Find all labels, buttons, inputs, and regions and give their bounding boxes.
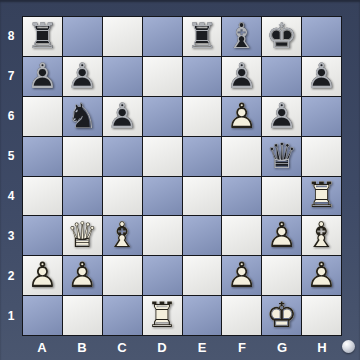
square-c5[interactable] bbox=[103, 137, 142, 176]
rank-label-7: 7 bbox=[0, 56, 22, 96]
piece-fill-glyph: ♝ bbox=[302, 216, 341, 255]
piece-outline-glyph: ♔ bbox=[262, 296, 301, 335]
chess-board-frame: ♜♖♜♖♝♗♚♔♟♙♟♙♟♙♟♙♞♘♟♙♟♙♟♙♛♕♜♖♛♕♝♗♟♙♝♗♟♙♟♙… bbox=[0, 0, 360, 360]
white-pawn-piece[interactable]: ♟♙ bbox=[63, 256, 102, 295]
rank-label-1: 1 bbox=[0, 296, 22, 336]
square-g5[interactable]: ♛♕ bbox=[262, 137, 301, 176]
piece-outline-glyph: ♕ bbox=[262, 137, 301, 176]
rank-label-6: 6 bbox=[0, 96, 22, 136]
file-label-g: G bbox=[262, 337, 302, 358]
square-f5[interactable] bbox=[222, 137, 261, 176]
piece-fill-glyph: ♜ bbox=[183, 17, 222, 56]
square-b7[interactable]: ♟♙ bbox=[63, 57, 102, 96]
square-a4[interactable] bbox=[23, 177, 62, 216]
square-g7[interactable] bbox=[262, 57, 301, 96]
square-a8[interactable]: ♜♖ bbox=[23, 17, 62, 56]
piece-fill-glyph: ♟ bbox=[222, 97, 261, 136]
square-f3[interactable] bbox=[222, 216, 261, 255]
black-pawn-piece[interactable]: ♟♙ bbox=[222, 57, 261, 96]
black-pawn-piece[interactable]: ♟♙ bbox=[302, 57, 341, 96]
piece-outline-glyph: ♗ bbox=[222, 17, 261, 56]
square-h5[interactable] bbox=[302, 137, 341, 176]
square-a3[interactable] bbox=[23, 216, 62, 255]
white-queen-piece[interactable]: ♛♕ bbox=[63, 216, 102, 255]
square-g3[interactable]: ♟♙ bbox=[262, 216, 301, 255]
square-e6[interactable] bbox=[183, 97, 222, 136]
piece-fill-glyph: ♜ bbox=[302, 177, 341, 216]
file-label-d: D bbox=[142, 337, 182, 358]
square-c6[interactable]: ♟♙ bbox=[103, 97, 142, 136]
piece-outline-glyph: ♙ bbox=[23, 57, 62, 96]
piece-outline-glyph: ♖ bbox=[183, 17, 222, 56]
white-pawn-piece[interactable]: ♟♙ bbox=[262, 216, 301, 255]
piece-fill-glyph: ♟ bbox=[302, 256, 341, 295]
square-h6[interactable] bbox=[302, 97, 341, 136]
square-d4[interactable] bbox=[143, 177, 182, 216]
file-label-h: H bbox=[302, 337, 342, 358]
white-rook-piece[interactable]: ♜♖ bbox=[143, 296, 182, 335]
square-b5[interactable] bbox=[63, 137, 102, 176]
piece-outline-glyph: ♗ bbox=[103, 216, 142, 255]
square-e3[interactable] bbox=[183, 216, 222, 255]
piece-fill-glyph: ♟ bbox=[222, 57, 261, 96]
black-rook-piece[interactable]: ♜♖ bbox=[183, 17, 222, 56]
piece-outline-glyph: ♙ bbox=[302, 57, 341, 96]
piece-fill-glyph: ♟ bbox=[63, 57, 102, 96]
chess-board: ♜♖♜♖♝♗♚♔♟♙♟♙♟♙♟♙♞♘♟♙♟♙♟♙♛♕♜♖♛♕♝♗♟♙♝♗♟♙♟♙… bbox=[22, 16, 342, 336]
piece-outline-glyph: ♙ bbox=[222, 97, 261, 136]
square-f7[interactable]: ♟♙ bbox=[222, 57, 261, 96]
piece-fill-glyph: ♚ bbox=[262, 17, 301, 56]
file-label-c: C bbox=[102, 337, 142, 358]
rank-label-8: 8 bbox=[0, 16, 22, 56]
white-rook-piece[interactable]: ♜♖ bbox=[302, 177, 341, 216]
piece-outline-glyph: ♕ bbox=[63, 216, 102, 255]
piece-outline-glyph: ♙ bbox=[222, 256, 261, 295]
rank-label-5: 5 bbox=[0, 136, 22, 176]
square-f2[interactable]: ♟♙ bbox=[222, 256, 261, 295]
piece-fill-glyph: ♟ bbox=[23, 256, 62, 295]
square-c3[interactable]: ♝♗ bbox=[103, 216, 142, 255]
square-f6[interactable]: ♟♙ bbox=[222, 97, 261, 136]
white-bishop-piece[interactable]: ♝♗ bbox=[103, 216, 142, 255]
square-e5[interactable] bbox=[183, 137, 222, 176]
black-pawn-piece[interactable]: ♟♙ bbox=[63, 57, 102, 96]
piece-fill-glyph: ♝ bbox=[103, 216, 142, 255]
piece-outline-glyph: ♖ bbox=[302, 177, 341, 216]
square-b1[interactable] bbox=[63, 296, 102, 335]
square-g2[interactable] bbox=[262, 256, 301, 295]
square-f1[interactable] bbox=[222, 296, 261, 335]
white-bishop-piece[interactable]: ♝♗ bbox=[302, 216, 341, 255]
square-b4[interactable] bbox=[63, 177, 102, 216]
rank-labels: 87654321 bbox=[0, 16, 22, 336]
piece-fill-glyph: ♟ bbox=[262, 97, 301, 136]
white-pawn-piece[interactable]: ♟♙ bbox=[222, 256, 261, 295]
square-b2[interactable]: ♟♙ bbox=[63, 256, 102, 295]
square-f8[interactable]: ♝♗ bbox=[222, 17, 261, 56]
square-a6[interactable] bbox=[23, 97, 62, 136]
square-c7[interactable] bbox=[103, 57, 142, 96]
square-h4[interactable]: ♜♖ bbox=[302, 177, 341, 216]
white-king-piece[interactable]: ♚♔ bbox=[262, 296, 301, 335]
piece-fill-glyph: ♛ bbox=[63, 216, 102, 255]
piece-outline-glyph: ♖ bbox=[23, 17, 62, 56]
square-b6[interactable]: ♞♘ bbox=[63, 97, 102, 136]
piece-outline-glyph: ♙ bbox=[23, 256, 62, 295]
square-e1[interactable] bbox=[183, 296, 222, 335]
rank-label-4: 4 bbox=[0, 176, 22, 216]
rank-label-3: 3 bbox=[0, 216, 22, 256]
white-pawn-piece[interactable]: ♟♙ bbox=[302, 256, 341, 295]
piece-fill-glyph: ♝ bbox=[222, 17, 261, 56]
piece-outline-glyph: ♗ bbox=[302, 216, 341, 255]
piece-outline-glyph: ♔ bbox=[262, 17, 301, 56]
square-c2[interactable] bbox=[103, 256, 142, 295]
square-g4[interactable] bbox=[262, 177, 301, 216]
square-h2[interactable]: ♟♙ bbox=[302, 256, 341, 295]
piece-fill-glyph: ♟ bbox=[103, 97, 142, 136]
piece-outline-glyph: ♙ bbox=[302, 256, 341, 295]
black-pawn-piece[interactable]: ♟♙ bbox=[23, 57, 62, 96]
piece-fill-glyph: ♟ bbox=[23, 57, 62, 96]
square-h7[interactable]: ♟♙ bbox=[302, 57, 341, 96]
file-label-a: A bbox=[22, 337, 62, 358]
square-g6[interactable]: ♟♙ bbox=[262, 97, 301, 136]
white-pawn-piece[interactable]: ♟♙ bbox=[23, 256, 62, 295]
square-d1[interactable]: ♜♖ bbox=[143, 296, 182, 335]
piece-fill-glyph: ♜ bbox=[23, 17, 62, 56]
square-a5[interactable] bbox=[23, 137, 62, 176]
file-labels: ABCDEFGH bbox=[22, 337, 342, 358]
piece-outline-glyph: ♙ bbox=[222, 57, 261, 96]
square-c8[interactable] bbox=[103, 17, 142, 56]
square-e8[interactable]: ♜♖ bbox=[183, 17, 222, 56]
square-d8[interactable] bbox=[143, 17, 182, 56]
black-bishop-piece[interactable]: ♝♗ bbox=[222, 17, 261, 56]
square-g8[interactable]: ♚♔ bbox=[262, 17, 301, 56]
square-d2[interactable] bbox=[143, 256, 182, 295]
square-d7[interactable] bbox=[143, 57, 182, 96]
piece-fill-glyph: ♟ bbox=[63, 256, 102, 295]
square-h3[interactable]: ♝♗ bbox=[302, 216, 341, 255]
square-c4[interactable] bbox=[103, 177, 142, 216]
file-label-b: B bbox=[62, 337, 102, 358]
square-e2[interactable] bbox=[183, 256, 222, 295]
square-b3[interactable]: ♛♕ bbox=[63, 216, 102, 255]
square-h1[interactable] bbox=[302, 296, 341, 335]
square-d6[interactable] bbox=[143, 97, 182, 136]
piece-outline-glyph: ♘ bbox=[63, 97, 102, 136]
black-rook-piece[interactable]: ♜♖ bbox=[23, 17, 62, 56]
piece-fill-glyph: ♟ bbox=[262, 216, 301, 255]
piece-fill-glyph: ♛ bbox=[262, 137, 301, 176]
black-pawn-piece[interactable]: ♟♙ bbox=[103, 97, 142, 136]
rank-label-2: 2 bbox=[0, 256, 22, 296]
square-d5[interactable] bbox=[143, 137, 182, 176]
square-g1[interactable]: ♚♔ bbox=[262, 296, 301, 335]
piece-fill-glyph: ♜ bbox=[143, 296, 182, 335]
file-label-f: F bbox=[222, 337, 262, 358]
piece-fill-glyph: ♞ bbox=[63, 97, 102, 136]
black-king-piece[interactable]: ♚♔ bbox=[262, 17, 301, 56]
piece-fill-glyph: ♚ bbox=[262, 296, 301, 335]
piece-outline-glyph: ♙ bbox=[63, 256, 102, 295]
white-pawn-piece[interactable]: ♟♙ bbox=[222, 97, 261, 136]
square-f4[interactable] bbox=[222, 177, 261, 216]
square-h8[interactable] bbox=[302, 17, 341, 56]
square-a7[interactable]: ♟♙ bbox=[23, 57, 62, 96]
black-pawn-piece[interactable]: ♟♙ bbox=[262, 97, 301, 136]
square-a1[interactable] bbox=[23, 296, 62, 335]
piece-outline-glyph: ♙ bbox=[103, 97, 142, 136]
square-e7[interactable] bbox=[183, 57, 222, 96]
piece-outline-glyph: ♙ bbox=[262, 97, 301, 136]
black-knight-piece[interactable]: ♞♘ bbox=[63, 97, 102, 136]
square-d3[interactable] bbox=[143, 216, 182, 255]
piece-fill-glyph: ♟ bbox=[222, 256, 261, 295]
file-label-e: E bbox=[182, 337, 222, 358]
white-to-move-indicator bbox=[342, 340, 355, 353]
piece-fill-glyph: ♟ bbox=[302, 57, 341, 96]
piece-outline-glyph: ♖ bbox=[143, 296, 182, 335]
black-queen-piece[interactable]: ♛♕ bbox=[262, 137, 301, 176]
square-c1[interactable] bbox=[103, 296, 142, 335]
square-e4[interactable] bbox=[183, 177, 222, 216]
square-b8[interactable] bbox=[63, 17, 102, 56]
piece-outline-glyph: ♙ bbox=[63, 57, 102, 96]
square-a2[interactable]: ♟♙ bbox=[23, 256, 62, 295]
piece-outline-glyph: ♙ bbox=[262, 216, 301, 255]
